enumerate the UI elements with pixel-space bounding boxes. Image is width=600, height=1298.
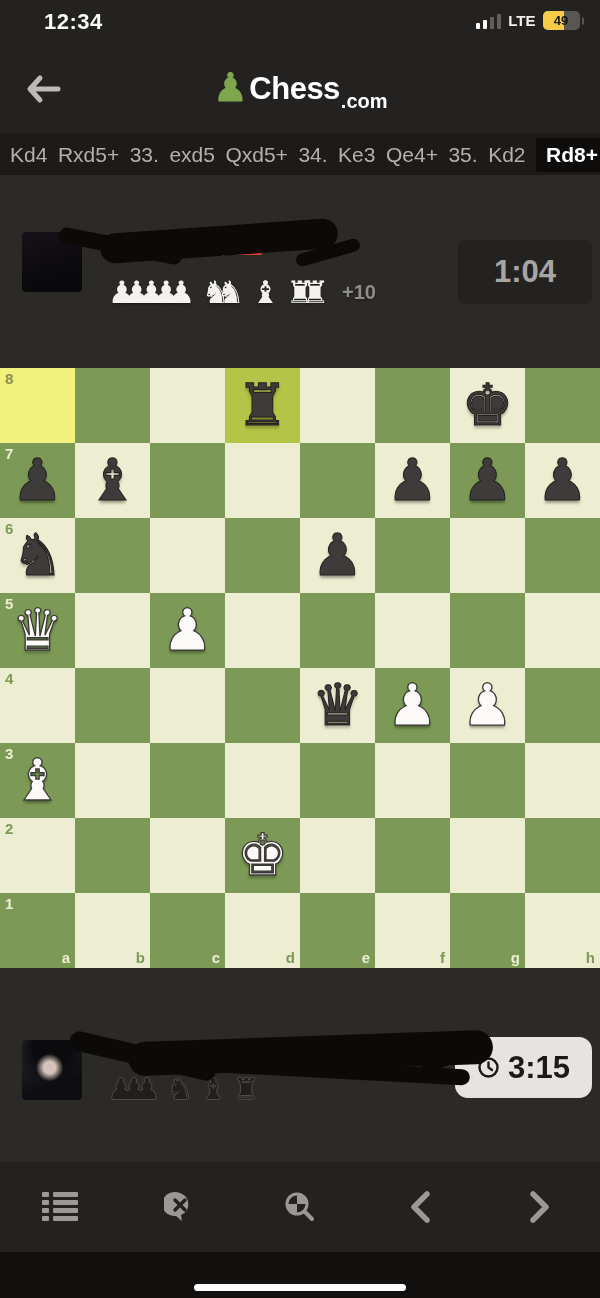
move-token[interactable]: 33. [130,143,159,167]
square-g6[interactable] [450,518,525,593]
previous-move-icon[interactable] [398,1185,442,1229]
move-token[interactable]: Qe4+ [386,143,438,167]
square-a5[interactable]: 5♛ [0,593,75,668]
black-pawn[interactable]: ♟ [450,443,525,518]
bottom-clock-time: 3:15 [508,1050,570,1086]
chesscom-logo: ♟ Chess .com [0,44,600,134]
square-c2[interactable] [150,818,225,893]
square-b2[interactable] [75,818,150,893]
status-bar: 12:34 LTE 49 [0,0,600,44]
black-pawn[interactable]: ♟ [525,443,600,518]
move-token[interactable]: exd5 [169,143,215,167]
square-a6[interactable]: 6♞ [0,518,75,593]
file-label: f [440,950,445,965]
square-e5[interactable] [300,593,375,668]
battery-nub [582,17,585,25]
captured-b-group: ♝ [252,274,280,310]
captured-r-group: ♜♜ [286,274,329,310]
move-token-current[interactable]: Rd8+ [536,138,600,172]
square-e7[interactable] [300,443,375,518]
move-token[interactable]: Kd4 [10,143,47,167]
square-g4[interactable]: ♟ [450,668,525,743]
square-d5[interactable] [225,593,300,668]
square-h8[interactable] [525,368,600,443]
chess-board[interactable]: 8♜♚7♟♝♟♟♟6♞♟5♛♟4♛♟♟3♝2♚1abcdefgh [0,368,600,968]
rank-label: 4 [5,671,13,686]
square-b7[interactable]: ♝ [75,443,150,518]
battery-percent: 49 [543,11,580,30]
black-queen[interactable]: ♛ [300,668,375,743]
black-knight[interactable]: ♞ [0,518,75,593]
square-f8[interactable] [375,368,450,443]
top-player-clock: 1:04 [458,240,592,304]
square-h1[interactable]: h [525,893,600,968]
move-token[interactable]: Qxd5+ [225,143,287,167]
square-f2[interactable] [375,818,450,893]
file-label: c [212,950,220,965]
square-g2[interactable] [450,818,525,893]
app-header: ♟ Chess .com [0,44,600,134]
square-b5[interactable] [75,593,150,668]
square-c4[interactable] [150,668,225,743]
square-h5[interactable] [525,593,600,668]
file-label: a [62,950,70,965]
file-label: h [586,950,595,965]
square-c6[interactable] [150,518,225,593]
square-c8[interactable] [150,368,225,443]
move-token[interactable]: Rxd5+ [58,143,119,167]
signal-strength-icon [476,13,502,29]
square-g8[interactable]: ♚ [450,368,525,443]
black-rook[interactable]: ♜ [225,368,300,443]
status-indicators: LTE 49 [476,11,584,30]
square-e1[interactable]: e [300,893,375,968]
top-player-captured-pieces: ♟♟♟♟♟♞♞♝♜♜+10 [108,274,376,310]
square-b8[interactable] [75,368,150,443]
square-h2[interactable] [525,818,600,893]
move-token[interactable]: Kd2 [488,143,525,167]
material-score: +10 [342,281,376,304]
white-pawn[interactable]: ♟ [150,593,225,668]
square-e8[interactable] [300,368,375,443]
square-c5[interactable]: ♟ [150,593,225,668]
logo-text: Chess [249,71,340,107]
file-label: g [511,950,520,965]
home-indicator[interactable] [194,1284,406,1291]
white-bishop[interactable]: ♝ [0,743,75,818]
square-f1[interactable]: f [375,893,450,968]
square-f5[interactable] [375,593,450,668]
square-d3[interactable] [225,743,300,818]
file-label: b [136,950,145,965]
square-b6[interactable] [75,518,150,593]
rank-label: 1 [5,896,13,911]
square-h6[interactable] [525,518,600,593]
square-a3[interactable]: 3♝ [0,743,75,818]
captured-n-group: ♞♞ [202,274,245,310]
square-g3[interactable] [450,743,525,818]
next-move-icon[interactable] [518,1185,562,1229]
move-token[interactable]: 35. [448,143,477,167]
square-f6[interactable] [375,518,450,593]
captured-r-group: ♜ [233,1072,259,1106]
network-type-label: LTE [508,12,535,29]
file-label: d [286,950,295,965]
chess-app-screen: 12:34 LTE 49 ♟ Chess .com Kd4Rxd5+33.exd… [0,0,600,1298]
battery-icon: 49 [543,11,580,30]
square-c7[interactable] [150,443,225,518]
bottom-player-captured-pieces: ♟♟♟♞♝♜ [108,1072,266,1106]
square-d6[interactable] [225,518,300,593]
rank-label: 2 [5,821,13,836]
white-pawn[interactable]: ♟ [450,668,525,743]
move-list-bar[interactable]: Kd4Rxd5+33.exd5Qxd5+34.Ke3Qe4+35.Kd2Rd8+ [0,134,600,175]
game-toolbar [0,1162,600,1252]
logo-pawn-icon: ♟ [212,67,248,107]
square-f4[interactable]: ♟ [375,668,450,743]
captured-p-group: ♟♟♟♟♟ [108,274,195,310]
analysis-magnifier-icon[interactable] [278,1185,322,1229]
square-a2[interactable]: 2 [0,818,75,893]
square-d7[interactable] [225,443,300,518]
square-g1[interactable]: g [450,893,525,968]
move-token[interactable]: 34. [298,143,327,167]
rank-label: 8 [5,371,13,386]
square-e6[interactable]: ♟ [300,518,375,593]
square-e2[interactable] [300,818,375,893]
square-a4[interactable]: 4 [0,668,75,743]
square-a1[interactable]: 1a [0,893,75,968]
black-king[interactable]: ♚ [450,368,525,443]
square-e3[interactable] [300,743,375,818]
square-h3[interactable] [525,743,600,818]
square-f7[interactable]: ♟ [375,443,450,518]
square-h7[interactable]: ♟ [525,443,600,518]
status-time: 12:34 [44,9,103,35]
square-g5[interactable] [450,593,525,668]
square-d4[interactable] [225,668,300,743]
black-pawn[interactable]: ♟ [0,443,75,518]
square-h4[interactable] [525,668,600,743]
square-c3[interactable] [150,743,225,818]
black-pawn[interactable]: ♟ [375,443,450,518]
square-f3[interactable] [375,743,450,818]
black-bishop[interactable]: ♝ [75,443,150,518]
square-b4[interactable] [75,668,150,743]
square-e4[interactable]: ♛ [300,668,375,743]
white-queen[interactable]: ♛ [0,593,75,668]
square-a7[interactable]: 7♟ [0,443,75,518]
square-d1[interactable]: d [225,893,300,968]
square-c1[interactable]: c [150,893,225,968]
square-b1[interactable]: b [75,893,150,968]
square-d2[interactable]: ♚ [225,818,300,893]
white-pawn[interactable]: ♟ [375,668,450,743]
square-g7[interactable]: ♟ [450,443,525,518]
logo-com-text: .com [341,90,388,113]
square-b3[interactable] [75,743,150,818]
bottom-safe-area [0,1252,600,1298]
square-a8[interactable]: 8 [0,368,75,443]
captured-p-group: ♟♟♟ [108,1072,160,1106]
black-pawn[interactable]: ♟ [300,518,375,593]
move-list-icon[interactable] [38,1185,82,1229]
move-token[interactable]: Ke3 [338,143,375,167]
file-label: e [362,950,370,965]
square-d8[interactable]: ♜ [225,368,300,443]
white-king[interactable]: ♚ [225,818,300,893]
chat-remove-icon[interactable] [158,1185,202,1229]
